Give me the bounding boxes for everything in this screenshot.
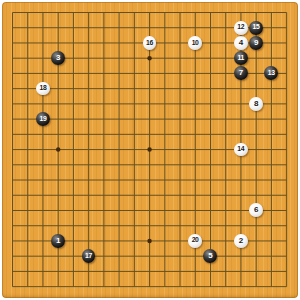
stone-disc: 6 <box>249 203 263 217</box>
stone-number: 9 <box>254 39 258 47</box>
stone-black-19: 19 <box>35 111 50 126</box>
stone-number: 20 <box>192 237 199 244</box>
stone-white-12: 12 <box>233 20 248 35</box>
stone-disc: 8 <box>249 97 263 111</box>
stone-disc: 13 <box>264 66 278 80</box>
stone-white-8: 8 <box>248 96 263 111</box>
kifu-diagram: 1234567891011121314151617181920 <box>0 0 300 300</box>
stone-black-7: 7 <box>233 66 248 81</box>
stone-number: 17 <box>85 253 92 260</box>
stone-black-9: 9 <box>248 35 263 50</box>
stone-white-14: 14 <box>233 142 248 157</box>
stone-number: 10 <box>192 40 199 47</box>
stone-white-4: 4 <box>233 35 248 50</box>
stone-disc: 5 <box>203 249 217 263</box>
stone-white-16: 16 <box>142 35 157 50</box>
stone-white-18: 18 <box>35 81 50 96</box>
stone-number: 11 <box>237 55 244 62</box>
stone-disc: 3 <box>51 51 65 65</box>
stone-number: 6 <box>254 206 258 214</box>
stone-number: 8 <box>254 100 258 108</box>
stone-disc: 19 <box>36 112 50 126</box>
stone-disc: 7 <box>234 66 248 80</box>
stone-number: 3 <box>56 54 60 62</box>
stone-black-17: 17 <box>81 248 96 263</box>
stone-number: 13 <box>268 70 275 77</box>
stone-number: 7 <box>239 69 243 77</box>
stone-black-1: 1 <box>51 233 66 248</box>
stone-disc: 9 <box>249 36 263 50</box>
stone-number: 1 <box>56 237 60 245</box>
stone-disc: 20 <box>188 234 202 248</box>
stone-disc: 10 <box>188 36 202 50</box>
stone-disc: 1 <box>51 234 65 248</box>
stone-number: 4 <box>239 39 243 47</box>
stones-layer: 1234567891011121314151617181920 <box>5 5 294 294</box>
stone-number: 14 <box>237 146 244 153</box>
stone-black-15: 15 <box>248 20 263 35</box>
stone-white-6: 6 <box>248 203 263 218</box>
stone-disc: 4 <box>234 36 248 50</box>
stone-number: 16 <box>146 40 153 47</box>
stone-white-2: 2 <box>233 233 248 248</box>
stone-number: 2 <box>239 237 243 245</box>
stone-black-11: 11 <box>233 51 248 66</box>
stone-disc: 15 <box>249 21 263 35</box>
go-board[interactable]: 1234567891011121314151617181920 <box>2 2 298 298</box>
stone-white-10: 10 <box>188 35 203 50</box>
stone-disc: 18 <box>36 82 50 96</box>
stone-black-5: 5 <box>203 248 218 263</box>
stone-number: 19 <box>39 116 46 123</box>
stone-number: 5 <box>208 252 212 260</box>
stone-white-20: 20 <box>188 233 203 248</box>
stone-number: 18 <box>39 85 46 92</box>
stone-black-13: 13 <box>264 66 279 81</box>
stone-number: 12 <box>237 24 244 31</box>
stone-black-3: 3 <box>51 51 66 66</box>
stone-disc: 2 <box>234 234 248 248</box>
stone-disc: 11 <box>234 51 248 65</box>
stone-number: 15 <box>253 24 260 31</box>
stone-disc: 16 <box>143 36 157 50</box>
stone-disc: 12 <box>234 21 248 35</box>
stone-disc: 17 <box>82 249 96 263</box>
stone-disc: 14 <box>234 143 248 157</box>
